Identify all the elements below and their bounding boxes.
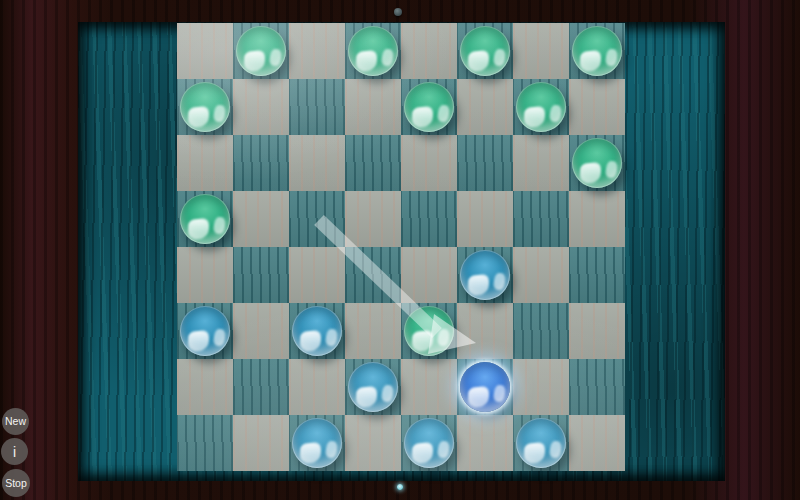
checker-green[interactable] bbox=[572, 138, 622, 188]
checker-blue[interactable] bbox=[348, 362, 398, 412]
checker-green[interactable] bbox=[404, 82, 454, 132]
screw-icon-top bbox=[394, 8, 402, 16]
checker-blue[interactable] bbox=[516, 418, 566, 468]
checker-blue[interactable] bbox=[460, 250, 510, 300]
checker-blue-selected[interactable] bbox=[460, 362, 510, 412]
stop-button[interactable]: Stop bbox=[2, 469, 30, 497]
checker-blue[interactable] bbox=[292, 418, 342, 468]
checker-green[interactable] bbox=[404, 306, 454, 356]
checker-green[interactable] bbox=[180, 194, 230, 244]
checkers-board bbox=[177, 23, 625, 471]
new-game-button[interactable]: New bbox=[2, 408, 29, 435]
pieces-layer bbox=[177, 23, 625, 471]
checker-blue[interactable] bbox=[180, 306, 230, 356]
checker-green[interactable] bbox=[572, 26, 622, 76]
screw-icon-bottom bbox=[397, 484, 403, 490]
checker-green[interactable] bbox=[180, 82, 230, 132]
checkers-game-scene: New i Stop bbox=[0, 0, 800, 500]
checker-green[interactable] bbox=[348, 26, 398, 76]
checker-green[interactable] bbox=[516, 82, 566, 132]
info-button[interactable]: i bbox=[1, 438, 28, 465]
checker-blue[interactable] bbox=[404, 418, 454, 468]
checker-blue[interactable] bbox=[292, 306, 342, 356]
checker-green[interactable] bbox=[236, 26, 286, 76]
checker-green[interactable] bbox=[460, 26, 510, 76]
